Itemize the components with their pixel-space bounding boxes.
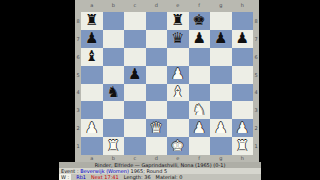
square-d1 bbox=[146, 137, 168, 155]
file-label-a: a bbox=[81, 2, 103, 9]
square-d7 bbox=[146, 30, 168, 48]
square-a7: ♟ bbox=[81, 30, 103, 48]
square-g6 bbox=[210, 48, 232, 66]
square-f2: ♟ bbox=[189, 119, 211, 137]
square-e5: ♟ bbox=[167, 66, 189, 84]
square-b2 bbox=[103, 119, 125, 137]
rank-label-6: 6 bbox=[253, 48, 259, 66]
white-pawn-f2: ♟ bbox=[193, 119, 206, 136]
square-g1 bbox=[210, 137, 232, 155]
square-c5: ♟ bbox=[124, 66, 146, 84]
rank-label-1: 1 bbox=[253, 137, 259, 155]
square-e6 bbox=[167, 48, 189, 66]
square-e8: ♜ bbox=[167, 12, 189, 30]
square-f4 bbox=[189, 84, 211, 102]
square-c1 bbox=[124, 137, 146, 155]
square-b8 bbox=[103, 12, 125, 30]
white-pawn-a2: ♟ bbox=[85, 119, 98, 136]
square-h7: ♟ bbox=[232, 30, 254, 48]
black-pawn-a7: ♟ bbox=[85, 30, 98, 47]
black-king-f8: ♚ bbox=[193, 12, 206, 29]
square-g4 bbox=[210, 84, 232, 102]
square-e4: ♝ bbox=[167, 84, 189, 102]
square-a2: ♟ bbox=[81, 119, 103, 137]
square-e1: ♚ bbox=[167, 137, 189, 155]
file-label-d: d bbox=[146, 155, 168, 162]
square-c2 bbox=[124, 119, 146, 137]
black-queen-e7: ♛ bbox=[171, 30, 184, 47]
file-label-f: f bbox=[189, 2, 211, 9]
square-g2: ♟ bbox=[210, 119, 232, 137]
file-label-g: g bbox=[210, 2, 232, 9]
square-b5 bbox=[103, 66, 125, 84]
square-a3 bbox=[81, 101, 103, 119]
square-a6: ♝ bbox=[81, 48, 103, 66]
square-d6 bbox=[146, 48, 168, 66]
file-label-e: e bbox=[167, 155, 189, 162]
black-bishop-a6: ♝ bbox=[85, 48, 98, 65]
square-b3 bbox=[103, 101, 125, 119]
square-f6 bbox=[189, 48, 211, 66]
file-label-f: f bbox=[189, 155, 211, 162]
file-label-b: b bbox=[103, 2, 125, 9]
rank-label-7: 7 bbox=[253, 30, 259, 48]
square-f1 bbox=[189, 137, 211, 155]
square-h6 bbox=[232, 48, 254, 66]
file-label-a: a bbox=[81, 155, 103, 162]
white-bishop-e4: ♝ bbox=[171, 83, 184, 100]
black-rook-a8: ♜ bbox=[85, 12, 98, 29]
square-g7: ♟ bbox=[210, 30, 232, 48]
file-labels-top: abcdefgh bbox=[81, 2, 253, 9]
square-h3 bbox=[232, 101, 254, 119]
engine-info-bar: W :Rb1Next 17:41Length: 36Material: 0 bbox=[59, 174, 261, 180]
square-e3 bbox=[167, 101, 189, 119]
square-f7: ♟ bbox=[189, 30, 211, 48]
square-h1: ♜ bbox=[232, 137, 254, 155]
square-d4 bbox=[146, 84, 168, 102]
square-h5 bbox=[232, 66, 254, 84]
engine-move: Rb1 bbox=[76, 174, 86, 180]
square-d8 bbox=[146, 12, 168, 30]
black-pawn-h7: ♟ bbox=[236, 30, 249, 47]
file-labels-bottom: abcdefgh bbox=[81, 155, 253, 162]
white-pawn-h2: ♟ bbox=[236, 119, 249, 136]
black-pawn-f7: ♟ bbox=[193, 30, 206, 47]
black-knight-b4: ♞ bbox=[107, 83, 120, 100]
square-b7 bbox=[103, 30, 125, 48]
material-balance: Material: 0 bbox=[156, 174, 183, 180]
square-a1 bbox=[81, 137, 103, 155]
black-pawn-g7: ♟ bbox=[214, 30, 227, 47]
square-f8: ♚ bbox=[189, 12, 211, 30]
white-king-e1: ♚ bbox=[171, 137, 184, 154]
white-knight-f3: ♞ bbox=[193, 101, 206, 118]
square-f5 bbox=[189, 66, 211, 84]
square-c8 bbox=[124, 12, 146, 30]
board: ♜♜♚♟♛♟♟♟♝♟♟♞♝♞♟♛♟♟♟♜♚♜ bbox=[81, 12, 253, 155]
black-pawn-c5: ♟ bbox=[128, 66, 141, 83]
square-c7 bbox=[124, 30, 146, 48]
square-d5 bbox=[146, 66, 168, 84]
side-indicator: W : bbox=[59, 174, 71, 180]
rank-labels-right: 87654321 bbox=[253, 12, 259, 155]
file-label-e: e bbox=[167, 2, 189, 9]
square-a8: ♜ bbox=[81, 12, 103, 30]
game-length: Length: 36 bbox=[124, 174, 151, 180]
square-f3: ♞ bbox=[189, 101, 211, 119]
square-b4: ♞ bbox=[103, 84, 125, 102]
white-pawn-g2: ♟ bbox=[214, 119, 227, 136]
rank-label-2: 2 bbox=[253, 119, 259, 137]
square-c3 bbox=[124, 101, 146, 119]
square-c4 bbox=[124, 84, 146, 102]
black-rook-e8: ♜ bbox=[171, 12, 184, 29]
rank-label-8: 8 bbox=[253, 12, 259, 30]
square-e7: ♛ bbox=[167, 30, 189, 48]
file-label-c: c bbox=[124, 155, 146, 162]
white-rook-b1: ♜ bbox=[107, 137, 120, 154]
file-label-h: h bbox=[232, 155, 254, 162]
square-d2: ♛ bbox=[146, 119, 168, 137]
square-c6 bbox=[124, 48, 146, 66]
square-a5 bbox=[81, 66, 103, 84]
file-label-d: d bbox=[146, 2, 168, 9]
square-e2 bbox=[167, 119, 189, 137]
square-b6 bbox=[103, 48, 125, 66]
square-h4 bbox=[232, 84, 254, 102]
file-label-g: g bbox=[210, 155, 232, 162]
square-h2: ♟ bbox=[232, 119, 254, 137]
rank-label-5: 5 bbox=[253, 66, 259, 84]
white-rook-h1: ♜ bbox=[236, 137, 249, 154]
square-g5 bbox=[210, 66, 232, 84]
square-h8 bbox=[232, 12, 254, 30]
clock-time: Next 17:41 bbox=[91, 174, 119, 180]
square-a4 bbox=[81, 84, 103, 102]
square-b1: ♜ bbox=[103, 137, 125, 155]
square-g3 bbox=[210, 101, 232, 119]
file-label-c: c bbox=[124, 2, 146, 9]
file-label-h: h bbox=[232, 2, 254, 9]
rank-label-3: 3 bbox=[253, 101, 259, 119]
file-label-b: b bbox=[103, 155, 125, 162]
white-queen-d2: ♛ bbox=[150, 119, 163, 136]
white-pawn-e5: ♟ bbox=[171, 66, 184, 83]
square-d3 bbox=[146, 101, 168, 119]
rank-label-4: 4 bbox=[253, 84, 259, 102]
square-g8 bbox=[210, 12, 232, 30]
